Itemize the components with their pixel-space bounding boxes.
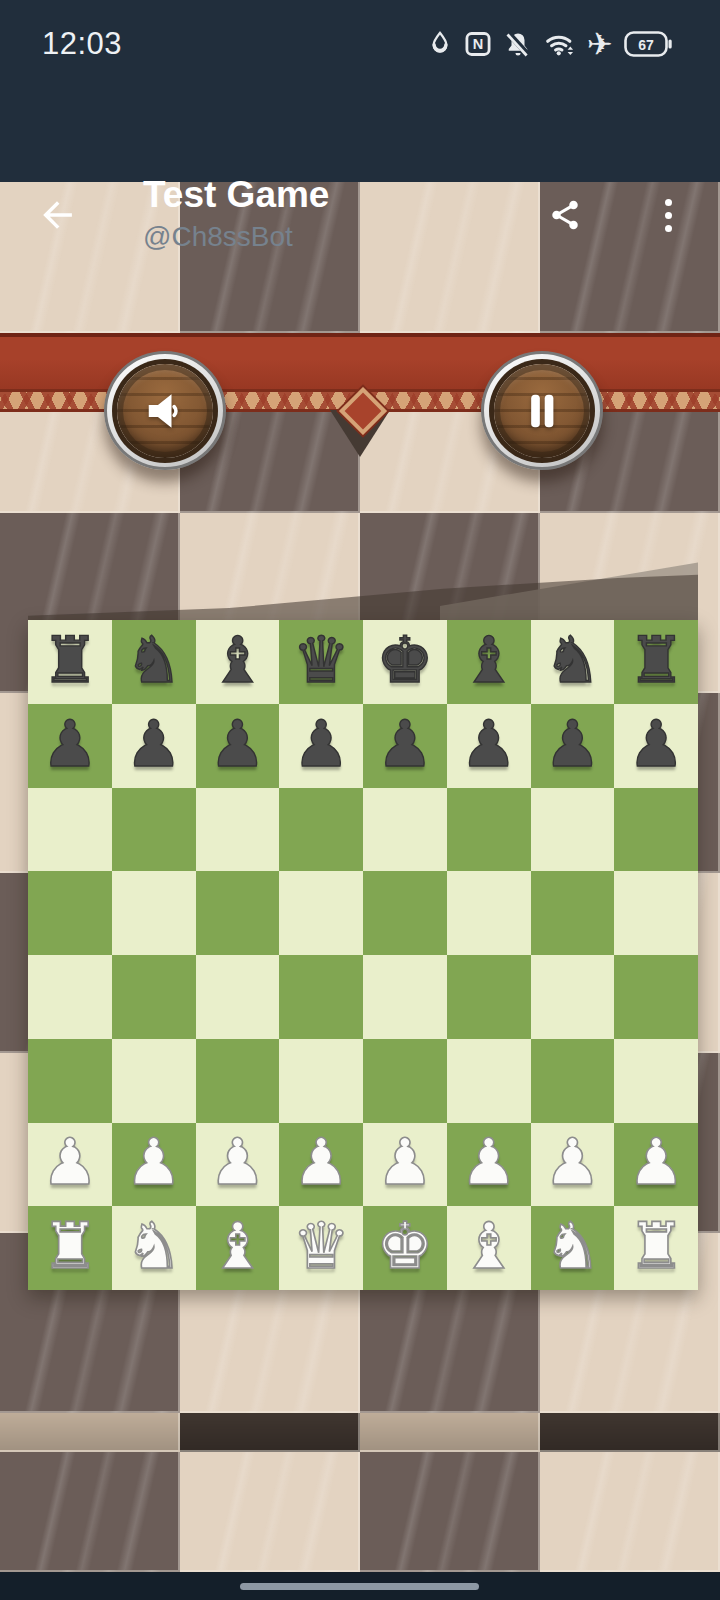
overflow-menu-button[interactable] — [652, 192, 684, 238]
status-icon-cluster: N ✈ 67 — [427, 29, 672, 60]
square-c7[interactable]: ♟ — [196, 704, 280, 788]
square-f2[interactable]: ♟ — [447, 1123, 531, 1207]
square-e3[interactable] — [363, 1039, 447, 1123]
white-pawn[interactable]: ♟ — [460, 1130, 517, 1194]
square-h4[interactable] — [614, 955, 698, 1039]
square-g8[interactable]: ♞ — [531, 620, 615, 704]
background-tile — [360, 1452, 540, 1572]
background-tile — [360, 182, 540, 333]
black-pawn[interactable]: ♟ — [125, 712, 182, 776]
menu-dot — [665, 225, 672, 232]
white-pawn[interactable]: ♟ — [209, 1130, 266, 1194]
square-f5[interactable] — [447, 871, 531, 955]
white-knight[interactable]: ♞ — [125, 1214, 182, 1278]
square-c3[interactable] — [196, 1039, 280, 1123]
square-e2[interactable]: ♟ — [363, 1123, 447, 1207]
square-d1[interactable]: ♛ — [279, 1206, 363, 1290]
square-g2[interactable]: ♟ — [531, 1123, 615, 1207]
square-f8[interactable]: ♝ — [447, 620, 531, 704]
notifications-muted-icon — [503, 29, 533, 59]
pause-button-face — [494, 364, 590, 458]
clock: 12:03 — [42, 26, 122, 62]
square-b3[interactable] — [112, 1039, 196, 1123]
square-b1[interactable]: ♞ — [112, 1206, 196, 1290]
black-pawn[interactable]: ♟ — [209, 712, 266, 776]
bottom-nav-bar — [0, 1572, 720, 1600]
background-tile — [180, 1452, 360, 1572]
pause-button[interactable] — [481, 351, 603, 470]
square-d3[interactable] — [279, 1039, 363, 1123]
square-a4[interactable] — [28, 955, 112, 1039]
background-tile — [540, 1452, 720, 1572]
white-pawn[interactable]: ♟ — [41, 1130, 98, 1194]
square-f4[interactable] — [447, 955, 531, 1039]
square-e4[interactable] — [363, 955, 447, 1039]
square-a8[interactable]: ♜ — [28, 620, 112, 704]
square-h2[interactable]: ♟ — [614, 1123, 698, 1207]
black-rook[interactable]: ♜ — [41, 628, 98, 692]
square-e1[interactable]: ♚ — [363, 1206, 447, 1290]
background-tile — [360, 1413, 540, 1452]
square-c8[interactable]: ♝ — [196, 620, 280, 704]
square-a5[interactable] — [28, 871, 112, 955]
white-pawn[interactable]: ♟ — [376, 1130, 433, 1194]
square-g4[interactable] — [531, 955, 615, 1039]
square-g5[interactable] — [531, 871, 615, 955]
page-title: Test Game — [143, 174, 329, 217]
square-b4[interactable] — [112, 955, 196, 1039]
menu-dot — [665, 212, 672, 219]
square-d5[interactable] — [279, 871, 363, 955]
square-e6[interactable] — [363, 788, 447, 872]
background-tile — [180, 1413, 360, 1452]
water-drop-icon — [427, 30, 453, 58]
black-pawn[interactable]: ♟ — [460, 712, 517, 776]
black-pawn[interactable]: ♟ — [41, 712, 98, 776]
white-king[interactable]: ♚ — [376, 1214, 433, 1278]
white-pawn[interactable]: ♟ — [292, 1130, 349, 1194]
white-pawn[interactable]: ♟ — [627, 1130, 684, 1194]
white-knight[interactable]: ♞ — [544, 1214, 601, 1278]
phone-screen: 12:03 N — [0, 0, 720, 1600]
square-h3[interactable] — [614, 1039, 698, 1123]
square-a3[interactable] — [28, 1039, 112, 1123]
square-c5[interactable] — [196, 871, 280, 955]
square-g7[interactable]: ♟ — [531, 704, 615, 788]
white-rook[interactable]: ♜ — [41, 1214, 98, 1278]
white-rook[interactable]: ♜ — [627, 1214, 684, 1278]
home-indicator[interactable] — [240, 1583, 479, 1590]
black-knight[interactable]: ♞ — [544, 628, 601, 692]
black-king[interactable]: ♚ — [376, 628, 433, 692]
square-e5[interactable] — [363, 871, 447, 955]
black-bishop[interactable]: ♝ — [209, 628, 266, 692]
square-a1[interactable]: ♜ — [28, 1206, 112, 1290]
bot-username: @Ch8ssBot — [143, 221, 329, 253]
square-f1[interactable]: ♝ — [447, 1206, 531, 1290]
square-f6[interactable] — [447, 788, 531, 872]
square-b8[interactable]: ♞ — [112, 620, 196, 704]
square-c1[interactable]: ♝ — [196, 1206, 280, 1290]
white-bishop[interactable]: ♝ — [209, 1214, 266, 1278]
square-d2[interactable]: ♟ — [279, 1123, 363, 1207]
square-d4[interactable] — [279, 955, 363, 1039]
sound-button[interactable] — [104, 351, 226, 470]
square-h6[interactable] — [614, 788, 698, 872]
battery-icon: 67 — [624, 30, 672, 58]
menu-dot — [665, 199, 672, 206]
share-button[interactable] — [548, 198, 582, 232]
black-queen[interactable]: ♛ — [292, 628, 349, 692]
square-f7[interactable]: ♟ — [447, 704, 531, 788]
chess-board[interactable]: ♜♞♝♛♚♝♞♜♟♟♟♟♟♟♟♟♟♟♟♟♟♟♟♟♜♞♝♛♚♝♞♜ — [28, 620, 698, 1290]
square-g6[interactable] — [531, 788, 615, 872]
battery-percent: 67 — [638, 37, 654, 53]
square-d7[interactable]: ♟ — [279, 704, 363, 788]
title-block: Test Game @Ch8ssBot — [143, 174, 329, 253]
square-b5[interactable] — [112, 871, 196, 955]
square-g3[interactable] — [531, 1039, 615, 1123]
square-a6[interactable] — [28, 788, 112, 872]
black-pawn[interactable]: ♟ — [376, 712, 433, 776]
square-a7[interactable]: ♟ — [28, 704, 112, 788]
black-bishop[interactable]: ♝ — [460, 628, 517, 692]
square-c2[interactable]: ♟ — [196, 1123, 280, 1207]
background-tile — [0, 1452, 180, 1572]
square-g1[interactable]: ♞ — [531, 1206, 615, 1290]
square-h7[interactable]: ♟ — [614, 704, 698, 788]
black-pawn[interactable]: ♟ — [627, 712, 684, 776]
white-bishop[interactable]: ♝ — [460, 1214, 517, 1278]
black-knight[interactable]: ♞ — [125, 628, 182, 692]
square-b2[interactable]: ♟ — [112, 1123, 196, 1207]
square-h1[interactable]: ♜ — [614, 1206, 698, 1290]
square-h8[interactable]: ♜ — [614, 620, 698, 704]
decorative-banner — [0, 333, 720, 389]
speaker-icon — [139, 385, 191, 437]
square-d8[interactable]: ♛ — [279, 620, 363, 704]
sound-button-face — [117, 364, 213, 458]
black-pawn[interactable]: ♟ — [544, 712, 601, 776]
black-pawn[interactable]: ♟ — [292, 712, 349, 776]
white-queen[interactable]: ♛ — [292, 1214, 349, 1278]
nfc-icon: N — [464, 30, 492, 58]
wifi-icon — [544, 29, 576, 59]
square-e8[interactable]: ♚ — [363, 620, 447, 704]
white-pawn[interactable]: ♟ — [125, 1130, 182, 1194]
square-a2[interactable]: ♟ — [28, 1123, 112, 1207]
background-tile — [540, 1413, 720, 1452]
app-bar: Test Game @Ch8ssBot — [0, 88, 720, 182]
back-button[interactable] — [36, 194, 78, 236]
square-c4[interactable] — [196, 955, 280, 1039]
square-b7[interactable]: ♟ — [112, 704, 196, 788]
black-rook[interactable]: ♜ — [627, 628, 684, 692]
square-f3[interactable] — [447, 1039, 531, 1123]
pause-icon — [516, 385, 568, 437]
svg-text:N: N — [473, 36, 484, 52]
white-pawn[interactable]: ♟ — [544, 1130, 601, 1194]
square-d6[interactable] — [279, 788, 363, 872]
square-h5[interactable] — [614, 871, 698, 955]
status-bar: 12:03 N — [0, 0, 720, 88]
square-c6[interactable] — [196, 788, 280, 872]
square-e7[interactable]: ♟ — [363, 704, 447, 788]
square-b6[interactable] — [112, 788, 196, 872]
background-tile — [0, 1413, 180, 1452]
airplane-mode-icon: ✈ — [587, 29, 613, 60]
